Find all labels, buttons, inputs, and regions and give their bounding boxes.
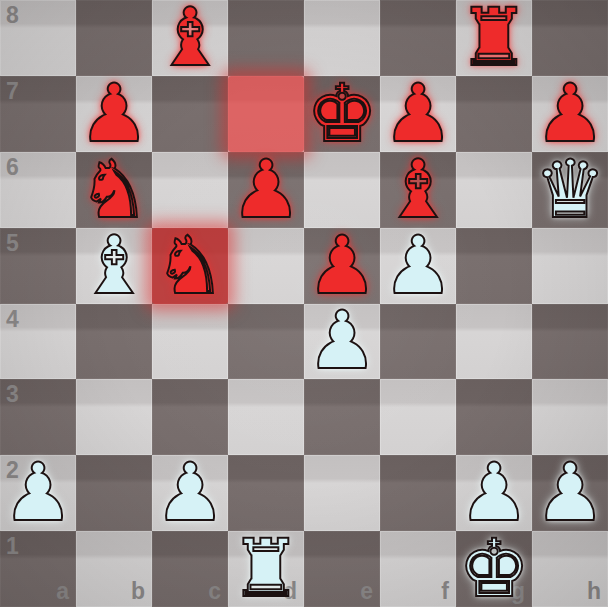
rank-label-4: 4 <box>6 308 19 331</box>
piece-white-queen-h6[interactable]: ♛ <box>532 152 608 228</box>
square-a8[interactable]: 8 <box>0 0 76 76</box>
square-b2[interactable] <box>76 455 152 531</box>
rank-label-6: 6 <box>6 156 19 179</box>
piece-red-rook-g8[interactable]: ♜ <box>456 0 532 76</box>
square-g4[interactable] <box>456 304 532 380</box>
file-label-b: b <box>131 580 145 603</box>
square-f2[interactable] <box>380 455 456 531</box>
piece-red-pawn-d6[interactable]: ♟ <box>228 152 304 228</box>
square-f4[interactable] <box>380 304 456 380</box>
square-c6[interactable] <box>152 152 228 228</box>
file-label-c: c <box>208 580 221 603</box>
square-e1[interactable]: e <box>304 531 380 607</box>
rank-label-5: 5 <box>6 232 19 255</box>
piece-white-pawn-c2[interactable]: ♟ <box>152 455 228 531</box>
piece-red-pawn-h7[interactable]: ♟ <box>532 76 608 152</box>
piece-red-pawn-e5[interactable]: ♟ <box>304 228 380 304</box>
square-g5[interactable] <box>456 228 532 304</box>
file-label-e: e <box>360 580 373 603</box>
piece-red-pawn-f7[interactable]: ♟ <box>380 76 456 152</box>
square-g3[interactable] <box>456 379 532 455</box>
square-a1[interactable]: 1a <box>0 531 76 607</box>
square-a5[interactable]: 5 <box>0 228 76 304</box>
move-highlight-d7 <box>228 76 304 152</box>
square-g7[interactable] <box>456 76 532 152</box>
square-c4[interactable] <box>152 304 228 380</box>
chess-board: 87654321abcdefgh♝♜♟♚♟♟♞♟♝♛♝♞♟♟♟♟♟♟♟♜♚ <box>0 0 608 607</box>
square-d5[interactable] <box>228 228 304 304</box>
square-h4[interactable] <box>532 304 608 380</box>
rank-label-7: 7 <box>6 80 19 103</box>
square-b4[interactable] <box>76 304 152 380</box>
piece-white-pawn-h2[interactable]: ♟ <box>532 455 608 531</box>
piece-red-pawn-b7[interactable]: ♟ <box>76 76 152 152</box>
piece-white-pawn-f5[interactable]: ♟ <box>380 228 456 304</box>
square-g6[interactable] <box>456 152 532 228</box>
square-c3[interactable] <box>152 379 228 455</box>
rank-label-3: 3 <box>6 383 19 406</box>
rank-label-8: 8 <box>6 4 19 27</box>
square-d3[interactable] <box>228 379 304 455</box>
square-d2[interactable] <box>228 455 304 531</box>
file-label-h: h <box>587 580 601 603</box>
square-f1[interactable]: f <box>380 531 456 607</box>
square-h5[interactable] <box>532 228 608 304</box>
piece-red-king-e7[interactable]: ♚ <box>304 76 380 152</box>
piece-white-bishop-b5[interactable]: ♝ <box>76 228 152 304</box>
piece-white-pawn-g2[interactable]: ♟ <box>456 455 532 531</box>
square-e8[interactable] <box>304 0 380 76</box>
square-h8[interactable] <box>532 0 608 76</box>
square-a6[interactable]: 6 <box>0 152 76 228</box>
square-f8[interactable] <box>380 0 456 76</box>
square-f3[interactable] <box>380 379 456 455</box>
piece-red-knight-c5[interactable]: ♞ <box>152 228 228 304</box>
piece-white-pawn-e4[interactable]: ♟ <box>304 304 380 380</box>
square-b1[interactable]: b <box>76 531 152 607</box>
square-h1[interactable]: h <box>532 531 608 607</box>
piece-white-rook-d1[interactable]: ♜ <box>228 531 304 607</box>
square-d4[interactable] <box>228 304 304 380</box>
square-e6[interactable] <box>304 152 380 228</box>
piece-red-bishop-c8[interactable]: ♝ <box>152 0 228 76</box>
file-label-f: f <box>441 580 449 603</box>
square-b3[interactable] <box>76 379 152 455</box>
square-h3[interactable] <box>532 379 608 455</box>
square-a4[interactable]: 4 <box>0 304 76 380</box>
piece-white-pawn-a2[interactable]: ♟ <box>0 455 76 531</box>
square-a7[interactable]: 7 <box>0 76 76 152</box>
piece-red-knight-b6[interactable]: ♞ <box>76 152 152 228</box>
piece-red-bishop-f6[interactable]: ♝ <box>380 152 456 228</box>
square-d8[interactable] <box>228 0 304 76</box>
square-c1[interactable]: c <box>152 531 228 607</box>
piece-white-king-g1[interactable]: ♚ <box>456 531 532 607</box>
square-b8[interactable] <box>76 0 152 76</box>
square-c7[interactable] <box>152 76 228 152</box>
square-e3[interactable] <box>304 379 380 455</box>
square-a3[interactable]: 3 <box>0 379 76 455</box>
square-e2[interactable] <box>304 455 380 531</box>
file-label-a: a <box>56 580 69 603</box>
